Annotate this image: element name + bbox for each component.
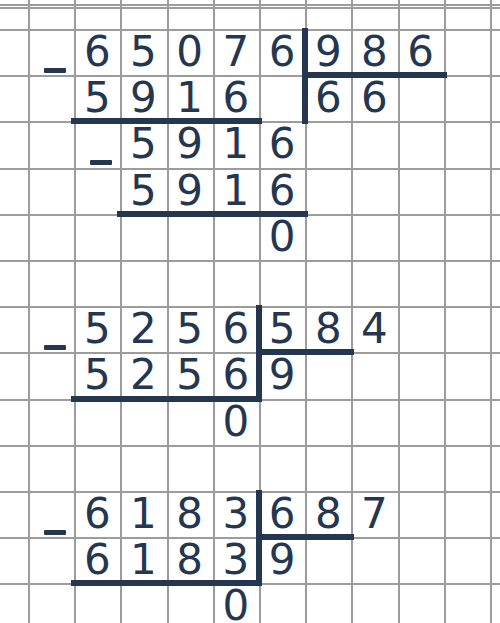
digit-cell: 0 (167, 29, 213, 75)
digit-cell: 5 (167, 352, 213, 398)
digit-cell: 9 (259, 537, 305, 583)
digit-cell: 5 (120, 168, 166, 214)
digit-cell: 6 (213, 352, 259, 398)
digit-cell: 5 (74, 306, 120, 352)
digit-cell: 0 (213, 399, 259, 445)
digit-cell: 6 (259, 29, 305, 75)
digit-cell: 1 (120, 537, 166, 583)
digit-cell: 9 (167, 168, 213, 214)
digit-cell: 9 (167, 121, 213, 167)
digit-cell: 5 (74, 75, 120, 121)
digit-cell: 5 (259, 306, 305, 352)
digit-cell: 8 (305, 491, 351, 537)
digit-cell: 6 (74, 29, 120, 75)
digit-cell: 3 (213, 491, 259, 537)
digit-cell: 9 (259, 352, 305, 398)
digit-cell: 1 (213, 168, 259, 214)
digit-cell: 6 (259, 491, 305, 537)
digit-cell: 1 (120, 491, 166, 537)
digit-cell: 6 (351, 75, 397, 121)
digit-cell: 9 (305, 29, 351, 75)
digit-cell: 6 (259, 121, 305, 167)
worksheet-board: 6507698659166659165916052565845256906183… (0, 0, 500, 623)
digit-cell: 4 (351, 306, 397, 352)
digit-cell: 2 (120, 352, 166, 398)
digit-cell: 6 (74, 491, 120, 537)
digit-cell: 8 (351, 29, 397, 75)
digit-cell: 0 (213, 583, 259, 623)
digit-cell: 6 (213, 306, 259, 352)
digit-cell: 0 (259, 214, 305, 260)
digit-cell: 7 (213, 29, 259, 75)
digit-cell: 3 (213, 537, 259, 583)
digit-cell: 8 (167, 537, 213, 583)
digit-cell: 7 (351, 491, 397, 537)
digit-cell: 5 (120, 29, 166, 75)
digit-cell: 5 (74, 352, 120, 398)
digit-cell: 5 (167, 306, 213, 352)
digit-cell: 6 (74, 537, 120, 583)
digit-cell: 6 (259, 168, 305, 214)
digit-cell: 1 (213, 121, 259, 167)
digit-cell: 6 (213, 75, 259, 121)
digit-cell: 5 (120, 121, 166, 167)
digit-cell: 6 (305, 75, 351, 121)
digit-cell: 6 (398, 29, 444, 75)
digit-cell: 8 (167, 491, 213, 537)
digit-cell: 8 (305, 306, 351, 352)
digits-layer: 6507698659166659165916052565845256906183… (0, 0, 500, 623)
digit-cell: 9 (120, 75, 166, 121)
digit-cell: 1 (167, 75, 213, 121)
digit-cell: 2 (120, 306, 166, 352)
